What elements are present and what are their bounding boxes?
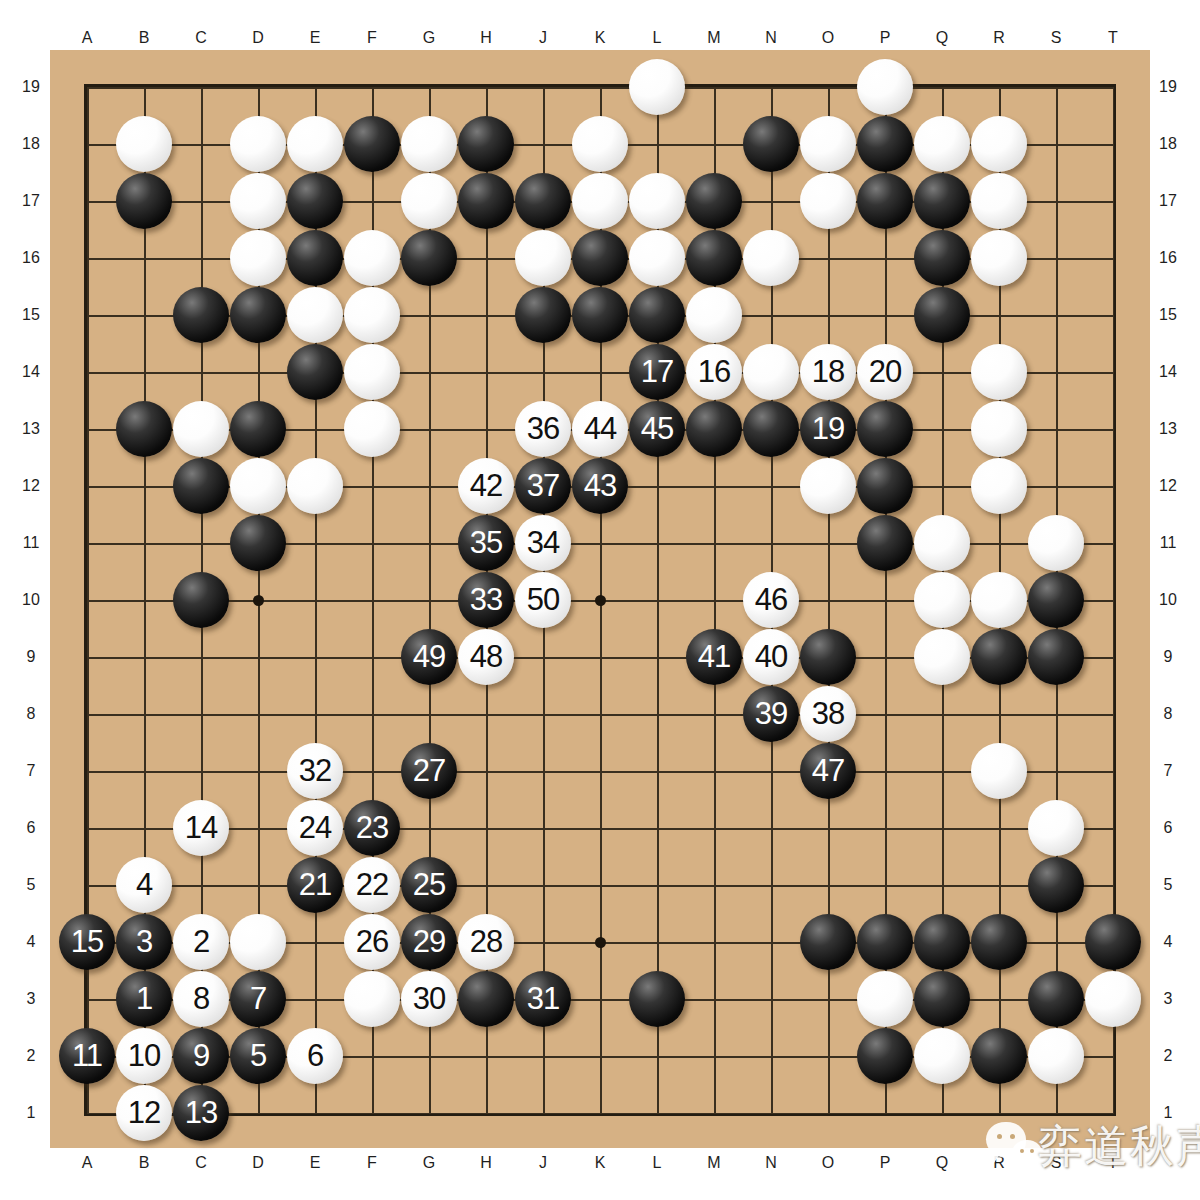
move-number: 5 — [230, 1028, 286, 1084]
stone-H3 — [458, 971, 514, 1027]
stone-R18 — [971, 116, 1027, 172]
coord-left-9: 9 — [11, 647, 51, 667]
stone-K17 — [572, 173, 628, 229]
stone-T4 — [1085, 914, 1141, 970]
move-number: 10 — [116, 1028, 172, 1084]
coord-right-12: 12 — [1148, 476, 1188, 496]
coord-top-N: N — [751, 28, 791, 48]
stone-O9 — [800, 629, 856, 685]
move-number: 35 — [458, 515, 514, 571]
stone-H18 — [458, 116, 514, 172]
stone-D18 — [230, 116, 286, 172]
stone-K16 — [572, 230, 628, 286]
move-number: 1 — [116, 971, 172, 1027]
coord-right-5: 5 — [1148, 875, 1188, 895]
stone-M17 — [686, 173, 742, 229]
move-number: 38 — [800, 686, 856, 742]
stone-B18 — [116, 116, 172, 172]
stone-Q18 — [914, 116, 970, 172]
move-number: 14 — [173, 800, 229, 856]
stone-G7: 27 — [401, 743, 457, 799]
coord-top-E: E — [295, 28, 335, 48]
stone-D2: 5 — [230, 1028, 286, 1084]
stone-H10: 33 — [458, 572, 514, 628]
coord-top-P: P — [865, 28, 905, 48]
stone-F3 — [344, 971, 400, 1027]
coord-right-15: 15 — [1148, 305, 1188, 325]
stone-B13 — [116, 401, 172, 457]
stone-E14 — [287, 344, 343, 400]
stone-G4: 29 — [401, 914, 457, 970]
coord-bottom-L: L — [637, 1153, 677, 1173]
stone-P14: 20 — [857, 344, 913, 400]
stone-R14 — [971, 344, 1027, 400]
stone-G16 — [401, 230, 457, 286]
move-number: 37 — [515, 458, 571, 514]
coord-top-L: L — [637, 28, 677, 48]
stone-D15 — [230, 287, 286, 343]
stone-K15 — [572, 287, 628, 343]
stone-Q10 — [914, 572, 970, 628]
move-number: 9 — [173, 1028, 229, 1084]
stone-J15 — [515, 287, 571, 343]
move-number: 22 — [344, 857, 400, 913]
stone-P12 — [857, 458, 913, 514]
coord-top-D: D — [238, 28, 278, 48]
stone-H4: 28 — [458, 914, 514, 970]
stone-E5: 21 — [287, 857, 343, 913]
stone-D3: 7 — [230, 971, 286, 1027]
stone-Q15 — [914, 287, 970, 343]
stone-P3 — [857, 971, 913, 1027]
coord-left-11: 11 — [11, 533, 51, 553]
stone-C2: 9 — [173, 1028, 229, 1084]
move-number: 6 — [287, 1028, 343, 1084]
move-number: 28 — [458, 914, 514, 970]
move-number: 42 — [458, 458, 514, 514]
coord-bottom-D: D — [238, 1153, 278, 1173]
stone-F5: 22 — [344, 857, 400, 913]
coord-bottom-J: J — [523, 1153, 563, 1173]
stone-D12 — [230, 458, 286, 514]
move-number: 13 — [173, 1085, 229, 1141]
stone-C12 — [173, 458, 229, 514]
stone-M13 — [686, 401, 742, 457]
coord-bottom-G: G — [409, 1153, 449, 1173]
stone-F15 — [344, 287, 400, 343]
stone-E18 — [287, 116, 343, 172]
stone-D16 — [230, 230, 286, 286]
coord-top-T: T — [1093, 28, 1133, 48]
coord-right-17: 17 — [1148, 191, 1188, 211]
stone-M9: 41 — [686, 629, 742, 685]
coord-right-4: 4 — [1148, 932, 1188, 952]
stone-E7: 32 — [287, 743, 343, 799]
stone-G5: 25 — [401, 857, 457, 913]
star-point-K10 — [595, 595, 606, 606]
stone-P4 — [857, 914, 913, 970]
stone-R12 — [971, 458, 1027, 514]
stone-R4 — [971, 914, 1027, 970]
coord-right-3: 3 — [1148, 989, 1188, 1009]
coord-bottom-K: K — [580, 1153, 620, 1173]
move-number: 32 — [287, 743, 343, 799]
stone-G3: 30 — [401, 971, 457, 1027]
stone-R9 — [971, 629, 1027, 685]
coord-right-16: 16 — [1148, 248, 1188, 268]
stone-Q2 — [914, 1028, 970, 1084]
move-number: 44 — [572, 401, 628, 457]
stone-M15 — [686, 287, 742, 343]
stone-Q9 — [914, 629, 970, 685]
move-number: 27 — [401, 743, 457, 799]
stone-L16 — [629, 230, 685, 286]
move-number: 8 — [173, 971, 229, 1027]
move-number: 47 — [800, 743, 856, 799]
stone-D13 — [230, 401, 286, 457]
stone-F18 — [344, 116, 400, 172]
stone-J13: 36 — [515, 401, 571, 457]
stone-O13: 19 — [800, 401, 856, 457]
move-number: 15 — [59, 914, 115, 970]
move-number: 34 — [515, 515, 571, 571]
stone-L19 — [629, 59, 685, 115]
watermark: 弈道秋声 — [972, 1112, 1200, 1182]
coord-bottom-O: O — [808, 1153, 848, 1173]
stone-H11: 35 — [458, 515, 514, 571]
coord-right-8: 8 — [1148, 704, 1188, 724]
move-number: 46 — [743, 572, 799, 628]
stone-L14: 17 — [629, 344, 685, 400]
coord-left-7: 7 — [11, 761, 51, 781]
move-number: 25 — [401, 857, 457, 913]
wechat-icon-tail — [985, 1154, 1000, 1163]
stone-E2: 6 — [287, 1028, 343, 1084]
stone-J10: 50 — [515, 572, 571, 628]
stone-B2: 10 — [116, 1028, 172, 1084]
coord-right-6: 6 — [1148, 818, 1188, 838]
move-number: 45 — [629, 401, 685, 457]
stone-Q3 — [914, 971, 970, 1027]
stone-G9: 49 — [401, 629, 457, 685]
stone-K18 — [572, 116, 628, 172]
stone-P17 — [857, 173, 913, 229]
coord-top-G: G — [409, 28, 449, 48]
coord-left-4: 4 — [11, 932, 51, 952]
stone-D11 — [230, 515, 286, 571]
coord-bottom-Q: Q — [922, 1153, 962, 1173]
coord-bottom-P: P — [865, 1153, 905, 1173]
stone-N9: 40 — [743, 629, 799, 685]
stone-H12: 42 — [458, 458, 514, 514]
coord-left-14: 14 — [11, 362, 51, 382]
stone-G17 — [401, 173, 457, 229]
stone-E6: 24 — [287, 800, 343, 856]
stone-R13 — [971, 401, 1027, 457]
stone-J11: 34 — [515, 515, 571, 571]
coord-left-12: 12 — [11, 476, 51, 496]
stone-A2: 11 — [59, 1028, 115, 1084]
stone-F6: 23 — [344, 800, 400, 856]
stone-T3 — [1085, 971, 1141, 1027]
stone-R17 — [971, 173, 1027, 229]
stone-P13 — [857, 401, 913, 457]
stone-D4 — [230, 914, 286, 970]
move-number: 26 — [344, 914, 400, 970]
coord-left-19: 19 — [11, 77, 51, 97]
move-number: 29 — [401, 914, 457, 970]
stone-Q16 — [914, 230, 970, 286]
stone-O12 — [800, 458, 856, 514]
stone-O18 — [800, 116, 856, 172]
stone-L15 — [629, 287, 685, 343]
move-number: 7 — [230, 971, 286, 1027]
coord-right-7: 7 — [1148, 761, 1188, 781]
move-number: 18 — [800, 344, 856, 400]
stone-B1: 12 — [116, 1085, 172, 1141]
stone-N14 — [743, 344, 799, 400]
move-number: 19 — [800, 401, 856, 457]
stone-N18 — [743, 116, 799, 172]
stone-S9 — [1028, 629, 1084, 685]
stone-S3 — [1028, 971, 1084, 1027]
move-number: 4 — [116, 857, 172, 913]
move-number: 30 — [401, 971, 457, 1027]
move-number: 21 — [287, 857, 343, 913]
coord-bottom-E: E — [295, 1153, 335, 1173]
coord-top-O: O — [808, 28, 848, 48]
go-diagram: AABBCCDDEEFFGGHHJJKKLLMMNNOOPPQQRRSSTT19… — [0, 0, 1200, 1200]
move-number: 49 — [401, 629, 457, 685]
move-number: 3 — [116, 914, 172, 970]
stone-R16 — [971, 230, 1027, 286]
coord-right-10: 10 — [1148, 590, 1188, 610]
coord-bottom-H: H — [466, 1153, 506, 1173]
move-number: 39 — [743, 686, 799, 742]
move-number: 41 — [686, 629, 742, 685]
stone-R2 — [971, 1028, 1027, 1084]
stone-Q17 — [914, 173, 970, 229]
stone-N16 — [743, 230, 799, 286]
stone-B4: 3 — [116, 914, 172, 970]
stone-O14: 18 — [800, 344, 856, 400]
stone-P11 — [857, 515, 913, 571]
stone-S2 — [1028, 1028, 1084, 1084]
move-number: 50 — [515, 572, 571, 628]
stone-O8: 38 — [800, 686, 856, 742]
coord-right-13: 13 — [1148, 419, 1188, 439]
stone-F4: 26 — [344, 914, 400, 970]
stone-K13: 44 — [572, 401, 628, 457]
stone-J3: 31 — [515, 971, 571, 1027]
coord-bottom-M: M — [694, 1153, 734, 1173]
coord-left-5: 5 — [11, 875, 51, 895]
coord-top-R: R — [979, 28, 1019, 48]
stone-P19 — [857, 59, 913, 115]
stone-B3: 1 — [116, 971, 172, 1027]
stone-C6: 14 — [173, 800, 229, 856]
stone-N10: 46 — [743, 572, 799, 628]
stone-L13: 45 — [629, 401, 685, 457]
stone-P2 — [857, 1028, 913, 1084]
stone-O17 — [800, 173, 856, 229]
stone-B5: 4 — [116, 857, 172, 913]
move-number: 17 — [629, 344, 685, 400]
stone-F13 — [344, 401, 400, 457]
move-number: 33 — [458, 572, 514, 628]
coord-right-14: 14 — [1148, 362, 1188, 382]
coord-right-9: 9 — [1148, 647, 1188, 667]
stone-N13 — [743, 401, 799, 457]
coord-top-M: M — [694, 28, 734, 48]
coord-left-8: 8 — [11, 704, 51, 724]
stone-C13 — [173, 401, 229, 457]
stone-D17 — [230, 173, 286, 229]
coord-bottom-C: C — [181, 1153, 221, 1173]
coord-right-18: 18 — [1148, 134, 1188, 154]
stone-E17 — [287, 173, 343, 229]
coord-left-17: 17 — [11, 191, 51, 211]
move-number: 20 — [857, 344, 913, 400]
star-point-K4 — [595, 937, 606, 948]
stone-B17 — [116, 173, 172, 229]
move-number: 23 — [344, 800, 400, 856]
stone-C10 — [173, 572, 229, 628]
move-number: 48 — [458, 629, 514, 685]
stone-J16 — [515, 230, 571, 286]
stone-O7: 47 — [800, 743, 856, 799]
move-number: 16 — [686, 344, 742, 400]
stone-E12 — [287, 458, 343, 514]
stone-E16 — [287, 230, 343, 286]
coord-top-Q: Q — [922, 28, 962, 48]
move-number: 12 — [116, 1085, 172, 1141]
stone-J12: 37 — [515, 458, 571, 514]
stone-R10 — [971, 572, 1027, 628]
coord-left-6: 6 — [11, 818, 51, 838]
stone-S11 — [1028, 515, 1084, 571]
stone-N8: 39 — [743, 686, 799, 742]
stone-S6 — [1028, 800, 1084, 856]
stone-A4: 15 — [59, 914, 115, 970]
move-number: 36 — [515, 401, 571, 457]
coord-right-19: 19 — [1148, 77, 1188, 97]
stone-H9: 48 — [458, 629, 514, 685]
stone-L3 — [629, 971, 685, 1027]
stone-S5 — [1028, 857, 1084, 913]
stone-Q11 — [914, 515, 970, 571]
move-number: 43 — [572, 458, 628, 514]
coord-right-11: 11 — [1148, 533, 1188, 553]
stone-M14: 16 — [686, 344, 742, 400]
stone-C4: 2 — [173, 914, 229, 970]
coord-top-F: F — [352, 28, 392, 48]
move-number: 24 — [287, 800, 343, 856]
coord-left-18: 18 — [11, 134, 51, 154]
stone-O4 — [800, 914, 856, 970]
coord-top-J: J — [523, 28, 563, 48]
coord-left-13: 13 — [11, 419, 51, 439]
stone-M16 — [686, 230, 742, 286]
coord-top-S: S — [1036, 28, 1076, 48]
stone-E15 — [287, 287, 343, 343]
stone-Q4 — [914, 914, 970, 970]
stone-P18 — [857, 116, 913, 172]
stone-R7 — [971, 743, 1027, 799]
move-number: 31 — [515, 971, 571, 1027]
coord-left-2: 2 — [11, 1046, 51, 1066]
coord-bottom-F: F — [352, 1153, 392, 1173]
coord-bottom-B: B — [124, 1153, 164, 1173]
stone-C1: 13 — [173, 1085, 229, 1141]
stone-G18 — [401, 116, 457, 172]
coord-top-A: A — [67, 28, 107, 48]
coord-left-15: 15 — [11, 305, 51, 325]
stone-C15 — [173, 287, 229, 343]
stone-S10 — [1028, 572, 1084, 628]
stone-K12: 43 — [572, 458, 628, 514]
stone-F14 — [344, 344, 400, 400]
move-number: 11 — [59, 1028, 115, 1084]
coord-bottom-A: A — [67, 1153, 107, 1173]
coord-left-3: 3 — [11, 989, 51, 1009]
stone-L17 — [629, 173, 685, 229]
coord-left-1: 1 — [11, 1103, 51, 1123]
stone-J17 — [515, 173, 571, 229]
coord-top-B: B — [124, 28, 164, 48]
star-point-D10 — [253, 595, 264, 606]
stone-C3: 8 — [173, 971, 229, 1027]
coord-left-10: 10 — [11, 590, 51, 610]
move-number: 2 — [173, 914, 229, 970]
watermark-text: 弈道秋声 — [1038, 1120, 1200, 1172]
coord-left-16: 16 — [11, 248, 51, 268]
stone-H17 — [458, 173, 514, 229]
coord-bottom-N: N — [751, 1153, 791, 1173]
stone-F16 — [344, 230, 400, 286]
coord-top-C: C — [181, 28, 221, 48]
coord-top-K: K — [580, 28, 620, 48]
move-number: 40 — [743, 629, 799, 685]
coord-top-H: H — [466, 28, 506, 48]
coord-right-2: 2 — [1148, 1046, 1188, 1066]
